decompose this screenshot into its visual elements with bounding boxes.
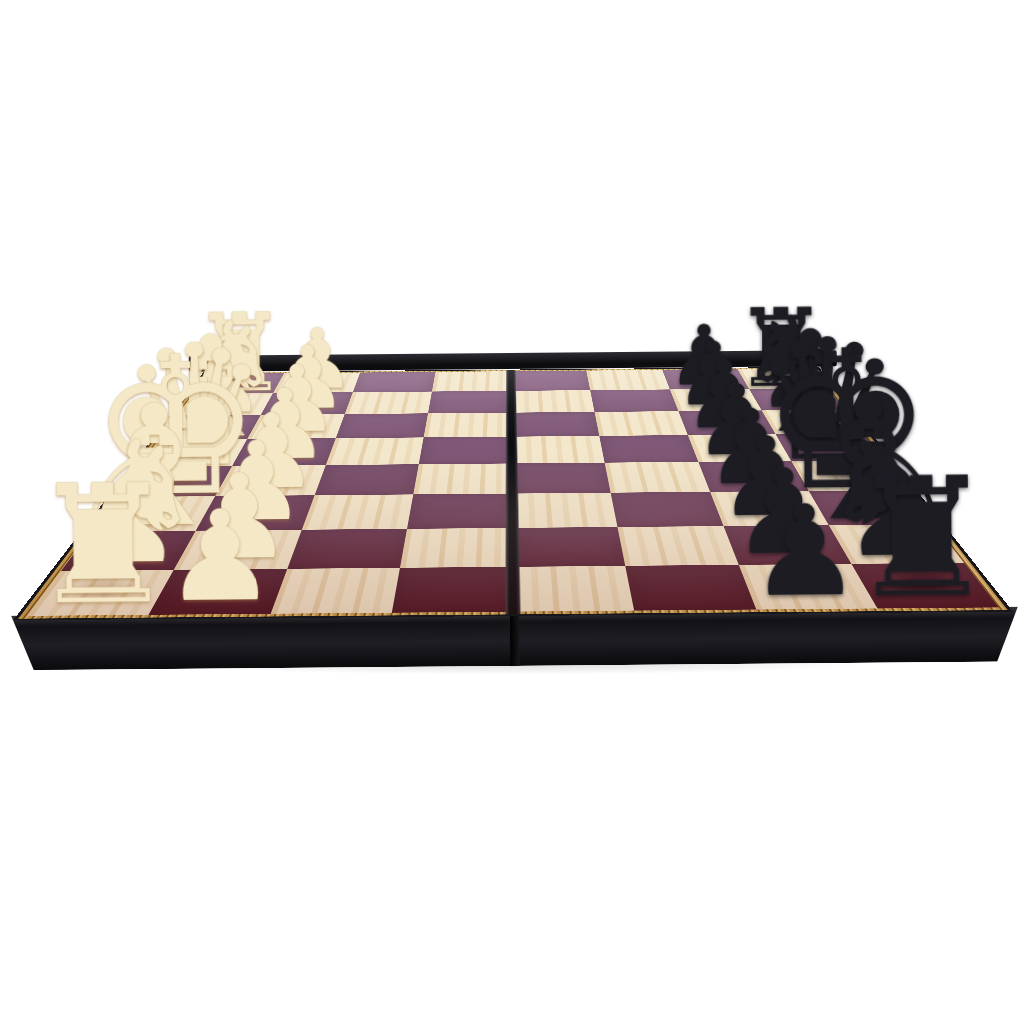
square-c4 xyxy=(423,413,511,438)
square-a3 xyxy=(353,372,436,392)
square-d5 xyxy=(511,436,604,464)
square-d3 xyxy=(325,437,423,465)
square-a1 xyxy=(194,373,284,393)
square-b5 xyxy=(511,390,595,412)
square-c5 xyxy=(511,412,599,437)
square-b6 xyxy=(590,389,678,411)
square-b8 xyxy=(749,388,845,410)
square-e7 xyxy=(698,461,809,492)
square-h8 xyxy=(851,563,999,609)
square-e4 xyxy=(413,463,512,494)
board-tilt-wrapper: ♜♞♝♛♚♝♞♜♟♟♟♟♟♟♟♟♟♟♟♟♟♟♟♟♜♞♝♛♚♝♞♜ xyxy=(0,0,1024,1024)
square-f1 xyxy=(91,496,216,531)
square-e6 xyxy=(605,462,710,493)
square-c8 xyxy=(761,410,863,435)
chess-board xyxy=(13,367,1013,620)
square-d6 xyxy=(599,435,697,463)
square-a4 xyxy=(432,371,511,391)
square-a8 xyxy=(737,369,828,389)
square-c3 xyxy=(335,413,427,438)
square-e3 xyxy=(314,464,418,495)
square-e1 xyxy=(116,466,232,497)
square-h2 xyxy=(149,569,287,615)
square-a7 xyxy=(662,369,749,389)
square-h5 xyxy=(513,566,635,612)
square-f3 xyxy=(301,494,413,529)
square-c2 xyxy=(247,414,344,439)
square-e5 xyxy=(512,463,611,494)
square-a6 xyxy=(586,370,669,390)
square-g4 xyxy=(400,528,513,568)
square-b4 xyxy=(428,391,511,413)
square-f8 xyxy=(809,490,934,525)
square-h3 xyxy=(270,568,400,614)
square-a2 xyxy=(273,373,360,393)
square-e2 xyxy=(215,465,325,496)
square-d1 xyxy=(139,439,247,467)
square-g8 xyxy=(828,524,963,564)
square-g2 xyxy=(174,530,301,570)
square-c6 xyxy=(595,411,688,436)
board-3d-scene xyxy=(0,0,1024,1024)
square-b1 xyxy=(178,393,274,416)
square-d7 xyxy=(687,434,791,462)
square-d2 xyxy=(232,438,335,466)
square-g6 xyxy=(618,526,739,566)
square-h6 xyxy=(625,565,755,611)
square-b7 xyxy=(670,389,762,411)
square-f2 xyxy=(196,495,314,530)
square-d4 xyxy=(419,437,512,465)
square-e8 xyxy=(791,460,907,491)
square-d8 xyxy=(775,434,884,461)
product-photo-background: ♜♞♝♛♚♝♞♜♟♟♟♟♟♟♟♟♟♟♟♟♟♟♟♟♜♞♝♛♚♝♞♜ xyxy=(0,0,1024,1024)
square-f5 xyxy=(512,493,618,528)
square-b3 xyxy=(344,392,431,414)
square-f7 xyxy=(710,491,829,526)
square-g5 xyxy=(512,527,625,567)
square-h4 xyxy=(392,567,513,613)
square-f4 xyxy=(407,494,512,529)
square-b2 xyxy=(261,392,352,414)
square-a5 xyxy=(511,371,590,391)
square-c1 xyxy=(159,415,261,440)
square-g3 xyxy=(287,529,407,569)
square-f6 xyxy=(611,492,723,527)
square-c7 xyxy=(678,410,775,435)
